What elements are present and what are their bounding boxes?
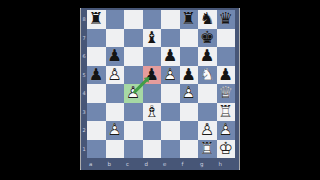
square-b2[interactable]: ♟♙ xyxy=(106,121,125,140)
file-label-h: h xyxy=(217,159,236,169)
square-f2[interactable] xyxy=(180,121,199,140)
square-b3[interactable] xyxy=(106,103,125,122)
square-d4[interactable] xyxy=(143,84,162,103)
file-label-c: c xyxy=(124,159,143,169)
square-e7[interactable] xyxy=(161,29,180,48)
diagram-panel: 87654321 ♜♜♞♛♝♚♟♟♟♟♟♙♟♟♙♟♞♘♟♟♙♟♙♛♕♝♗♜♖♟♙… xyxy=(80,8,240,170)
square-e5[interactable]: ♟♙ xyxy=(161,66,180,85)
file-label-d: d xyxy=(143,159,162,169)
square-g7[interactable]: ♚ xyxy=(198,29,217,48)
black-pawn: ♟ xyxy=(106,47,125,66)
file-labels: abcdefgh xyxy=(87,159,235,169)
square-f7[interactable] xyxy=(180,29,199,48)
black-pawn: ♟ xyxy=(198,47,217,66)
black-pawn: ♟ xyxy=(161,47,180,66)
white-queen: ♛♕ xyxy=(217,84,236,103)
square-h4[interactable]: ♛♕ xyxy=(217,84,236,103)
black-pawn: ♟ xyxy=(180,66,199,85)
file-label-e: e xyxy=(161,159,180,169)
black-rook: ♜ xyxy=(87,10,106,29)
square-b5[interactable]: ♟♙ xyxy=(106,66,125,85)
black-pawn: ♟ xyxy=(217,66,236,85)
square-g3[interactable] xyxy=(198,103,217,122)
square-e2[interactable] xyxy=(161,121,180,140)
video-frame: 87654321 ♜♜♞♛♝♚♟♟♟♟♟♙♟♟♙♟♞♘♟♟♙♟♙♛♕♝♗♜♖♟♙… xyxy=(0,0,320,180)
white-rook: ♜♖ xyxy=(217,103,236,122)
square-f3[interactable] xyxy=(180,103,199,122)
black-rook: ♜ xyxy=(180,10,199,29)
board-frame: 87654321 ♜♜♞♛♝♚♟♟♟♟♟♙♟♟♙♟♞♘♟♟♙♟♙♛♕♝♗♜♖♟♙… xyxy=(81,8,239,170)
black-bishop: ♝ xyxy=(143,29,162,48)
square-d8[interactable] xyxy=(143,10,162,29)
square-c2[interactable] xyxy=(124,121,143,140)
square-g6[interactable]: ♟ xyxy=(198,47,217,66)
square-d3[interactable]: ♝♗ xyxy=(143,103,162,122)
square-a2[interactable] xyxy=(87,121,106,140)
file-label-b: b xyxy=(106,159,125,169)
square-e8[interactable] xyxy=(161,10,180,29)
square-a6[interactable] xyxy=(87,47,106,66)
square-a3[interactable] xyxy=(87,103,106,122)
white-pawn: ♟♙ xyxy=(217,121,236,140)
square-g1[interactable]: ♜♖ xyxy=(198,140,217,159)
square-f1[interactable] xyxy=(180,140,199,159)
square-d2[interactable] xyxy=(143,121,162,140)
square-a4[interactable] xyxy=(87,84,106,103)
white-pawn: ♟♙ xyxy=(124,84,143,103)
square-d6[interactable] xyxy=(143,47,162,66)
chess-diagram: 87654321 ♜♜♞♛♝♚♟♟♟♟♟♙♟♟♙♟♞♘♟♟♙♟♙♛♕♝♗♜♖♟♙… xyxy=(80,0,240,180)
square-g8[interactable]: ♞ xyxy=(198,10,217,29)
square-f5[interactable]: ♟ xyxy=(180,66,199,85)
file-label-g: g xyxy=(198,159,217,169)
square-f6[interactable] xyxy=(180,47,199,66)
white-bishop: ♝♗ xyxy=(143,103,162,122)
black-pawn: ♟ xyxy=(87,66,106,85)
square-a7[interactable] xyxy=(87,29,106,48)
square-c5[interactable] xyxy=(124,66,143,85)
square-h8[interactable]: ♛ xyxy=(217,10,236,29)
square-e3[interactable] xyxy=(161,103,180,122)
white-pawn: ♟♙ xyxy=(106,66,125,85)
square-a1[interactable] xyxy=(87,140,106,159)
square-h2[interactable]: ♟♙ xyxy=(217,121,236,140)
white-king: ♚♔ xyxy=(217,140,236,159)
square-e1[interactable] xyxy=(161,140,180,159)
square-d7[interactable]: ♝ xyxy=(143,29,162,48)
square-e4[interactable] xyxy=(161,84,180,103)
square-b4[interactable] xyxy=(106,84,125,103)
black-knight: ♞ xyxy=(198,10,217,29)
square-h1[interactable]: ♚♔ xyxy=(217,140,236,159)
file-label-a: a xyxy=(87,159,106,169)
square-c3[interactable] xyxy=(124,103,143,122)
square-c4[interactable]: ♟♙ xyxy=(124,84,143,103)
white-pawn: ♟♙ xyxy=(180,84,199,103)
square-c1[interactable] xyxy=(124,140,143,159)
square-g5[interactable]: ♞♘ xyxy=(198,66,217,85)
white-pawn: ♟♙ xyxy=(161,66,180,85)
square-f4[interactable]: ♟♙ xyxy=(180,84,199,103)
chess-board[interactable]: ♜♜♞♛♝♚♟♟♟♟♟♙♟♟♙♟♞♘♟♟♙♟♙♛♕♝♗♜♖♟♙♟♙♟♙♜♖♚♔ xyxy=(87,10,235,158)
white-knight: ♞♘ xyxy=(198,66,217,85)
square-a5[interactable]: ♟ xyxy=(87,66,106,85)
square-f8[interactable]: ♜ xyxy=(180,10,199,29)
square-c6[interactable] xyxy=(124,47,143,66)
square-b7[interactable] xyxy=(106,29,125,48)
square-d1[interactable] xyxy=(143,140,162,159)
white-pawn: ♟♙ xyxy=(198,121,217,140)
black-pawn: ♟ xyxy=(143,66,162,85)
square-h5[interactable]: ♟ xyxy=(217,66,236,85)
square-h3[interactable]: ♜♖ xyxy=(217,103,236,122)
square-a8[interactable]: ♜ xyxy=(87,10,106,29)
square-b1[interactable] xyxy=(106,140,125,159)
white-rook: ♜♖ xyxy=(198,140,217,159)
square-c8[interactable] xyxy=(124,10,143,29)
black-queen: ♛ xyxy=(217,10,236,29)
square-g2[interactable]: ♟♙ xyxy=(198,121,217,140)
file-label-f: f xyxy=(180,159,199,169)
white-pawn: ♟♙ xyxy=(106,121,125,140)
square-b6[interactable]: ♟ xyxy=(106,47,125,66)
square-d5[interactable]: ♟ xyxy=(143,66,162,85)
square-h7[interactable] xyxy=(217,29,236,48)
square-g4[interactable] xyxy=(198,84,217,103)
square-e6[interactable]: ♟ xyxy=(161,47,180,66)
square-h6[interactable] xyxy=(217,47,236,66)
black-king: ♚ xyxy=(198,29,217,48)
square-c7[interactable] xyxy=(124,29,143,48)
square-b8[interactable] xyxy=(106,10,125,29)
